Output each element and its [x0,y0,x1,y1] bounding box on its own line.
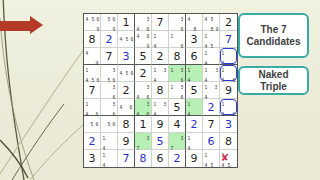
cell-value: 7 [220,31,237,47]
cell-r1c9[interactable]: 2 [220,14,237,31]
callout-line: Naked [258,69,288,81]
cell-value: 6 [186,48,202,64]
pencil-marks: 46 [118,99,134,115]
cell-value: 2 [186,116,202,132]
cell-value: 8 [169,48,185,64]
pencil-marks: 35689 [101,65,117,81]
cell-r5c7[interactable]: 5 [186,82,203,99]
pencil-marks: 149 [203,48,219,64]
cell-r7c1[interactable]: 56 [84,116,101,133]
cell-r9c9[interactable]: 145✘ [220,150,237,167]
cell-r7c2[interactable]: 56 [101,116,118,133]
pencil-marks: 14 [220,48,237,64]
cell-value: 5 [152,133,168,149]
callout-line: Candidates [247,36,301,48]
cell-r6c1[interactable]: 1469 [84,99,101,116]
pencil-marks: 134 [203,82,219,98]
pencil-marks: 4589 [203,14,219,30]
cell-r3c5[interactable]: 2 [152,48,169,65]
cell-r3c8[interactable]: 149 [203,48,220,65]
cell-value: 2 [152,48,168,64]
cell-value: 9 [118,133,134,149]
cell-r3c4[interactable]: 5 [135,48,152,65]
cell-value: 2 [169,150,185,167]
pencil-marks: 49 [84,48,100,64]
cell-value: 7 [152,14,168,30]
cell-value: 7 [101,48,117,64]
cell-r2c3[interactable]: 456 [118,31,135,48]
cell-r1c3[interactable]: 1 [118,14,135,31]
cell-r4c4[interactable]: 2 [135,65,152,82]
cell-r7c3[interactable]: 8 [118,116,135,133]
callout-naked-triple: Naked Triple [238,66,309,95]
pencil-marks: 146 [220,99,237,115]
pencil-marks: 134 [152,65,168,81]
cell-r2c8[interactable]: 1459 [203,31,220,48]
cell-value: 2 [101,31,117,47]
cell-r9c7[interactable]: 9 [186,150,203,167]
cell-value: 7 [84,82,100,98]
cell-value: 6 [203,133,219,149]
pencil-marks: 56 [101,116,117,132]
cell-value: 9 [152,116,168,132]
pencil-marks: 456 [118,65,134,81]
pencil-marks: 3689 [101,99,117,115]
cell-r4c3[interactable]: 456 [118,65,135,82]
cell-r9c5[interactable]: 6 [152,150,169,167]
pencil-marks: 346 [135,82,151,98]
cell-r5c8[interactable]: 134 [203,82,220,99]
cell-r8c5[interactable]: 5 [152,133,169,150]
pencil-marks: 34679 [135,99,151,115]
cell-value: 5 [169,99,185,115]
cell-r8c1[interactable]: 2 [84,133,101,150]
pencil-marks: 469 [135,31,151,47]
cell-r6c8[interactable]: 2 [203,99,220,116]
pencil-marks: 456 [118,31,134,47]
cell-r4c6[interactable]: 13679 [169,65,186,82]
cell-r6c2[interactable]: 3689 [101,99,118,116]
cell-r7c6[interactable]: 4 [169,116,186,133]
pencil-marks: 146 [220,65,237,81]
cell-r9c6[interactable]: 2 [169,150,186,167]
cell-r2c1[interactable]: 8 [84,31,101,48]
cell-r7c5[interactable]: 9 [152,116,169,133]
cell-r5c5[interactable]: 8 [152,82,169,99]
slide: 4569569134697369484589282456469141693145… [0,0,320,180]
cell-r2c7[interactable]: 3 [186,31,203,48]
cell-r3c9[interactable]: 14 [220,48,237,65]
cell-r6c9[interactable]: 146 [220,99,237,116]
pencil-marks: 1459 [203,31,219,47]
cell-value: 1 [118,14,134,30]
cell-r2c5[interactable]: 14 [152,31,169,48]
pencil-marks: 14 [101,150,117,167]
pencil-marks: 136 [169,82,185,98]
cell-value: 7 [203,116,219,132]
cell-r3c2[interactable]: 7 [101,48,118,65]
cell-r9c4[interactable]: 8 [135,150,152,167]
pencil-marks: 14 [152,31,168,47]
pencil-marks: 14569 [84,65,100,81]
cell-value: 2 [118,82,134,98]
cell-value: 5 [135,48,151,64]
cell-r6c6[interactable]: 5 [169,99,186,116]
cell-r5c4[interactable]: 346 [135,82,152,99]
cell-r8c6[interactable]: 37 [169,133,186,150]
cell-r4c9[interactable]: 146 [220,65,237,82]
cell-value: 3 [118,48,134,64]
cell-r5c1[interactable]: 7 [84,82,101,99]
cell-r5c6[interactable]: 136 [169,82,186,99]
cell-r7c8[interactable]: 7 [203,116,220,133]
cell-value: 4 [169,116,185,132]
cell-value: 7 [118,150,134,167]
cell-r1c2[interactable]: 569 [101,14,118,31]
pencil-marks: 37 [135,133,151,149]
cell-r2c6[interactable]: 169 [169,31,186,48]
cell-r8c9[interactable]: 8 [220,133,237,150]
cell-r8c2[interactable]: 14 [101,133,118,150]
pencil-marks: 369 [169,14,185,30]
cell-r6c3[interactable]: 46 [118,99,135,116]
pencil-marks: 37 [169,133,185,149]
callout-the-7-candidates: The 7 Candidates [238,13,309,58]
pencil-marks: 145 [220,150,237,167]
pencil-marks: 569 [101,14,117,30]
cell-r4c2[interactable]: 35689 [101,65,118,82]
cell-value: 3 [220,116,237,132]
cell-value: 9 [186,150,202,167]
cell-r4c5[interactable]: 134 [152,65,169,82]
pencil-marks: 14 [186,133,202,149]
cell-r6c4[interactable]: 34679 [135,99,152,116]
cell-value: 8 [135,150,151,167]
cell-value: 3 [84,150,100,167]
pencil-marks: 13679 [169,65,185,81]
pencil-marks: 56 [84,116,100,132]
cell-value: 2 [135,65,151,81]
cell-r1c4[interactable]: 3469 [135,14,152,31]
cell-r3c7[interactable]: 6 [186,48,203,65]
callout-line: Triple [260,81,287,93]
pencil-marks: 14 [101,133,117,149]
cell-r7c4[interactable]: 1 [135,116,152,133]
red-arrow-head [30,16,43,34]
cell-r5c3[interactable]: 2 [118,82,135,99]
cell-r8c3[interactable]: 9 [118,133,135,150]
cell-r1c6[interactable]: 369 [169,14,186,31]
pencil-marks: 145 [203,150,219,167]
cell-r5c9[interactable]: 9 [220,82,237,99]
pencil-marks: 1478 [186,65,202,81]
cell-value: 6 [152,150,168,167]
cell-r3c3[interactable]: 3 [118,48,135,65]
cell-value: 8 [84,31,100,47]
cell-r2c2[interactable]: 2 [101,31,118,48]
cell-r8c4[interactable]: 37 [135,133,152,150]
cell-value: 3 [186,31,202,47]
cell-r8c7[interactable]: 14 [186,133,203,150]
pencil-marks: 36 [101,82,117,98]
cell-r2c9[interactable]: 7 [220,31,237,48]
cell-r9c8[interactable]: 145 [203,150,220,167]
cell-r1c7[interactable]: 48 [186,14,203,31]
cell-value: 8 [152,82,168,98]
cell-r9c1[interactable]: 3 [84,150,101,167]
cell-r6c7[interactable]: 1478 [186,99,203,116]
callout-line: The 7 [260,24,286,36]
cell-value: 2 [84,133,100,149]
pencil-marks: 1348 [203,65,219,81]
red-arrow-body [0,21,30,31]
cell-r2c4[interactable]: 469 [135,31,152,48]
cell-value: 5 [186,82,202,98]
cell-r5c2[interactable]: 36 [101,82,118,99]
cell-r7c7[interactable]: 2 [186,116,203,133]
pencil-marks: 3469 [135,14,151,30]
cell-r1c1[interactable]: 4569 [84,14,101,31]
cell-r7c9[interactable]: 3 [220,116,237,133]
pencil-marks: 1469 [84,99,100,115]
cell-r1c5[interactable]: 7 [152,14,169,31]
cell-r9c2[interactable]: 14 [101,150,118,167]
cell-value: 9 [220,82,237,98]
cell-r8c8[interactable]: 6 [203,133,220,150]
pencil-marks: 134 [152,99,168,115]
cell-value: 1 [135,116,151,132]
cell-r4c7[interactable]: 1478 [186,65,203,82]
cell-value: 2 [203,99,219,115]
cell-r3c1[interactable]: 49 [84,48,101,65]
cell-r6c5[interactable]: 134 [152,99,169,116]
pencil-marks: 4569 [84,14,100,30]
cell-r9c3[interactable]: 7 [118,150,135,167]
cell-value: 8 [220,133,237,149]
sudoku-board: 4569569134697369484589282456469141693145… [83,13,238,168]
pencil-marks: 48 [186,14,202,30]
cell-r3c6[interactable]: 8 [169,48,186,65]
cell-r1c8[interactable]: 4589 [203,14,220,31]
cell-r4c8[interactable]: 1348 [203,65,220,82]
pencil-marks: 1478 [186,99,202,115]
cell-value: 2 [220,14,237,30]
pencil-marks: 169 [169,31,185,47]
cell-r4c1[interactable]: 14569 [84,65,101,82]
cell-value: 8 [118,116,134,132]
